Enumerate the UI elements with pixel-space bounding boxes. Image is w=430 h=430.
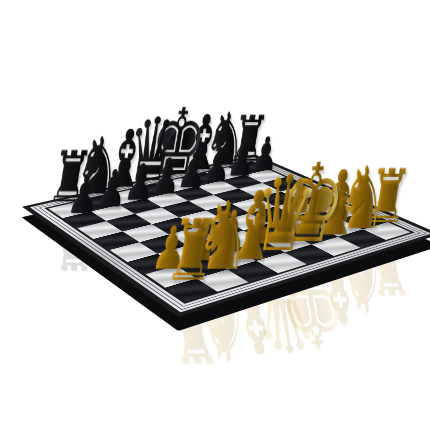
rook-reflection: ♜ [133, 291, 242, 371]
square-a1: ♜♜ [165, 278, 218, 301]
product-photo-chess-set: ♜♜♟♟♟♟♜♜♞♞♟♟♟♟♞♞♝♝♟♟♟♟♝♝♚♚♟♟♟♟♚♚♛♛♟♟♟♟♛♛… [0, 0, 430, 430]
border-pinstripe-outer: ♜♜♟♟♟♟♜♜♞♞♟♟♟♟♞♞♝♝♟♟♟♟♝♝♚♚♟♟♟♟♚♚♛♛♟♟♟♟♛♛… [34, 158, 427, 310]
board-border-silver-band: ♜♜♟♟♟♟♜♜♞♞♟♟♟♟♞♞♝♝♟♟♟♟♝♝♚♚♟♟♟♟♚♚♛♛♟♟♟♟♛♛… [30, 157, 430, 313]
pawn-glyph: ♟ [35, 171, 127, 220]
border-inner-dark-band: ♜♜♟♟♟♟♜♜♞♞♟♟♟♟♞♞♝♝♟♟♟♟♝♝♚♚♟♟♟♟♚♚♛♛♟♟♟♟♛♛… [44, 161, 415, 304]
board-grid: ♜♜♟♟♟♟♜♜♞♞♟♟♟♟♞♞♝♝♟♟♟♟♝♝♚♚♟♟♟♟♚♚♛♛♟♟♟♟♛♛… [48, 162, 410, 302]
chess-board: ♜♜♟♟♟♟♜♜♞♞♟♟♟♟♞♞♝♝♟♟♟♟♝♝♚♚♟♟♟♟♚♚♛♛♟♟♟♟♛♛… [22, 154, 430, 317]
board-frame: ♜♜♟♟♟♟♜♜♞♞♟♟♟♟♞♞♝♝♟♟♟♟♝♝♚♚♟♟♟♟♚♚♛♛♟♟♟♟♛♛… [22, 154, 430, 317]
border-pinstripe-inner: ♜♜♟♟♟♟♜♜♞♞♟♟♟♟♞♞♝♝♟♟♟♟♝♝♚♚♟♟♟♟♚♚♛♛♟♟♟♟♛♛… [39, 159, 421, 307]
rook-glyph: ♜ [133, 210, 242, 290]
